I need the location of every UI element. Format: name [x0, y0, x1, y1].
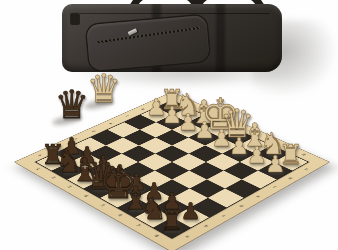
coordinate-label: 2: [197, 107, 205, 111]
coordinate-label: 8: [152, 233, 161, 238]
coordinate-label: 8: [300, 153, 308, 157]
coordinate-label: f: [270, 185, 279, 190]
coordinate-label: h: [155, 100, 163, 103]
coordinate-label: g: [140, 107, 148, 111]
coordinate-label: a: [183, 234, 192, 239]
coordinate-label: a: [36, 153, 44, 157]
coordinate-label: 6: [116, 213, 125, 218]
piece-shadow: [51, 113, 82, 127]
coordinate-label: c: [73, 137, 81, 141]
coordinate-label: 5: [99, 203, 108, 208]
coordinate-label: d: [237, 203, 246, 208]
board-squares: [36, 101, 308, 238]
coordinate-label: b: [55, 145, 63, 149]
bag-top-seam: [80, 13, 270, 14]
coordinate-label: h: [302, 167, 311, 171]
chess-board: 1122334455667788hhggffeeddccbbaa: [14, 92, 331, 250]
coordinate-label: e: [254, 194, 263, 199]
coordinate-label: c: [220, 213, 229, 218]
coordinate-label: 3: [213, 114, 221, 118]
coordinate-label: g: [287, 176, 296, 180]
coordinate-label: 7: [134, 223, 143, 228]
coordinate-label: d: [90, 129, 98, 133]
bag-side-tab: [70, 12, 80, 25]
coordinate-label: 5: [247, 129, 255, 133]
coordinate-label: 1: [34, 167, 42, 171]
coordinate-label: 2: [50, 175, 59, 179]
coordinate-label: 4: [230, 121, 238, 125]
bag-strap: [214, 4, 227, 72]
coordinate-label: 4: [82, 194, 91, 199]
coordinate-label: 3: [66, 184, 75, 189]
coordinate-label: f: [124, 114, 132, 118]
coordinate-label: 6: [264, 137, 272, 141]
chess-set-product-photo: 1122334455667788hhggffeeddccbbaa ♜♞♝♚♛♝♞…: [0, 0, 338, 250]
coordinate-label: b: [202, 223, 211, 228]
coordinate-label: e: [107, 122, 115, 126]
coordinate-label: 7: [282, 144, 290, 148]
coordinate-label: 1: [182, 100, 190, 103]
